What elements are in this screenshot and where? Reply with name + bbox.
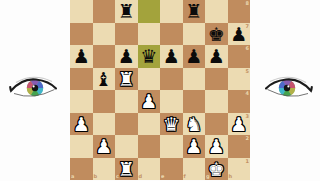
white-rook: ♜: [115, 158, 138, 181]
square-b8[interactable]: [93, 0, 116, 23]
square-f2[interactable]: ♟: [183, 135, 206, 158]
square-h8[interactable]: 8: [228, 0, 251, 23]
rank-label-5: 5: [246, 69, 249, 74]
square-d7[interactable]: [138, 23, 161, 46]
rainbow-iris: [27, 80, 43, 96]
square-e6[interactable]: ♟: [160, 45, 183, 68]
square-f1[interactable]: f: [183, 158, 206, 181]
square-d6[interactable]: ♛: [138, 45, 161, 68]
square-h6[interactable]: 6: [228, 45, 251, 68]
white-pawn: ♟: [183, 135, 206, 158]
square-h1[interactable]: h1: [228, 158, 251, 181]
square-f3[interactable]: ♞: [183, 113, 206, 136]
square-b2[interactable]: ♟: [93, 135, 116, 158]
black-bishop: ♝: [93, 68, 116, 91]
square-b7[interactable]: [93, 23, 116, 46]
square-g6[interactable]: ♟: [205, 45, 228, 68]
black-pawn: ♟: [115, 45, 138, 68]
square-e5[interactable]: [160, 68, 183, 91]
square-b5[interactable]: ♝: [93, 68, 116, 91]
square-d8[interactable]: [138, 0, 161, 23]
square-b6[interactable]: [93, 45, 116, 68]
file-label-h: h: [229, 174, 233, 179]
file-label-f: f: [184, 174, 186, 179]
square-e4[interactable]: [160, 90, 183, 113]
square-d2[interactable]: [138, 135, 161, 158]
square-a6[interactable]: ♟: [70, 45, 93, 68]
square-h5[interactable]: 5: [228, 68, 251, 91]
black-queen: ♛: [138, 45, 161, 68]
rainbow-iris: [279, 80, 295, 96]
rank-label-2: 2: [246, 136, 249, 141]
square-b3[interactable]: [93, 113, 116, 136]
white-queen: ♛: [160, 113, 183, 136]
square-d3[interactable]: [138, 113, 161, 136]
white-pawn: ♟: [70, 113, 93, 136]
rank-label-3: 3: [246, 114, 249, 119]
square-a2[interactable]: [70, 135, 93, 158]
square-d5[interactable]: [138, 68, 161, 91]
rank-label-8: 8: [246, 1, 249, 6]
square-h3[interactable]: 3♟: [228, 113, 251, 136]
square-g1[interactable]: g♚: [205, 158, 228, 181]
square-e3[interactable]: ♛: [160, 113, 183, 136]
square-f5[interactable]: [183, 68, 206, 91]
white-knight: ♞: [183, 113, 206, 136]
square-c4[interactable]: [115, 90, 138, 113]
square-c6[interactable]: ♟: [115, 45, 138, 68]
square-a5[interactable]: [70, 68, 93, 91]
square-c5[interactable]: ♜: [115, 68, 138, 91]
thumbnail-stage: ♜♜8♚7♟♟♟♛♟♟♟6♝♜5♟4♟♛♞3♟♟♟♟2abc♜defg♚h1: [0, 0, 320, 180]
square-h4[interactable]: 4: [228, 90, 251, 113]
black-pawn: ♟: [228, 23, 251, 46]
square-a8[interactable]: [70, 0, 93, 23]
square-e2[interactable]: [160, 135, 183, 158]
rank-label-4: 4: [246, 91, 249, 96]
square-d1[interactable]: d: [138, 158, 161, 181]
square-h7[interactable]: 7♟: [228, 23, 251, 46]
square-a3[interactable]: ♟: [70, 113, 93, 136]
square-f7[interactable]: [183, 23, 206, 46]
rank-label-7: 7: [246, 24, 249, 29]
square-e8[interactable]: [160, 0, 183, 23]
square-g3[interactable]: [205, 113, 228, 136]
square-b1[interactable]: b: [93, 158, 116, 181]
square-c8[interactable]: ♜: [115, 0, 138, 23]
square-c7[interactable]: [115, 23, 138, 46]
file-label-e: e: [161, 174, 164, 179]
white-pawn: ♟: [205, 135, 228, 158]
black-pawn: ♟: [160, 45, 183, 68]
square-a4[interactable]: [70, 90, 93, 113]
square-a7[interactable]: [70, 23, 93, 46]
left-eye-icon: [9, 74, 59, 106]
white-king: ♚: [205, 158, 228, 181]
square-c3[interactable]: [115, 113, 138, 136]
square-g5[interactable]: [205, 68, 228, 91]
white-rook: ♜: [115, 68, 138, 91]
square-d4[interactable]: ♟: [138, 90, 161, 113]
rank-label-6: 6: [246, 46, 249, 51]
eye-glint: [287, 85, 289, 87]
square-g4[interactable]: [205, 90, 228, 113]
square-e7[interactable]: [160, 23, 183, 46]
black-king: ♚: [205, 23, 228, 46]
black-pawn: ♟: [183, 45, 206, 68]
file-label-b: b: [94, 174, 98, 179]
square-c1[interactable]: c♜: [115, 158, 138, 181]
square-c2[interactable]: [115, 135, 138, 158]
right-eye-icon: [263, 74, 313, 106]
black-rook: ♜: [183, 0, 206, 23]
rank-label-1: 1: [246, 159, 249, 164]
white-pawn: ♟: [93, 135, 116, 158]
square-f4[interactable]: [183, 90, 206, 113]
square-b4[interactable]: [93, 90, 116, 113]
square-g8[interactable]: [205, 0, 228, 23]
white-pawn: ♟: [228, 113, 251, 136]
square-g2[interactable]: ♟: [205, 135, 228, 158]
file-label-a: a: [71, 174, 74, 179]
file-label-d: d: [139, 174, 143, 179]
square-a1[interactable]: a: [70, 158, 93, 181]
white-pawn: ♟: [138, 90, 161, 113]
square-f8[interactable]: ♜: [183, 0, 206, 23]
black-pawn: ♟: [205, 45, 228, 68]
square-h2[interactable]: 2: [228, 135, 251, 158]
file-label-c: c: [116, 174, 119, 179]
square-f6[interactable]: ♟: [183, 45, 206, 68]
square-g7[interactable]: ♚: [205, 23, 228, 46]
eye-glint: [33, 85, 35, 87]
black-rook: ♜: [115, 0, 138, 23]
chess-board: ♜♜8♚7♟♟♟♛♟♟♟6♝♜5♟4♟♛♞3♟♟♟♟2abc♜defg♚h1: [70, 0, 250, 180]
black-pawn: ♟: [70, 45, 93, 68]
file-label-g: g: [206, 174, 210, 179]
square-e1[interactable]: e: [160, 158, 183, 181]
